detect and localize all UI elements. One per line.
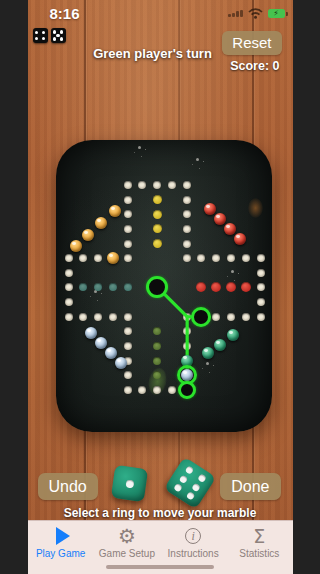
board-hole	[227, 313, 235, 321]
green-marble[interactable]	[214, 339, 226, 351]
paint-speck	[206, 362, 209, 365]
red-marble	[214, 213, 226, 225]
tab-statistics[interactable]: Σ Statistics	[226, 521, 292, 574]
green-marble[interactable]	[202, 347, 214, 359]
board-hole	[124, 254, 132, 262]
blue-marble	[115, 357, 127, 369]
move-ring[interactable]	[191, 307, 211, 327]
score-text: Score: 0	[230, 59, 279, 73]
info-icon: i	[185, 526, 201, 546]
green-home-hole	[153, 357, 161, 365]
battery-icon: ⚡	[268, 9, 285, 18]
app-screen: 8:16 ⚡ Green player's turn Reset Score: …	[28, 0, 293, 574]
board-hole	[257, 283, 265, 291]
die-1[interactable]	[110, 465, 147, 502]
teal-home-hole	[124, 283, 132, 291]
board-hole	[183, 313, 191, 321]
sigma-icon: Σ	[253, 526, 265, 546]
gear-icon: ⚙	[118, 526, 136, 546]
mini-die-icon	[51, 28, 66, 43]
play-icon	[52, 526, 70, 546]
yellow-marble	[109, 205, 121, 217]
board-hole	[212, 313, 220, 321]
board-hole	[94, 313, 102, 321]
board-hole	[242, 254, 250, 262]
paint-speck	[231, 270, 234, 273]
move-ring[interactable]	[178, 381, 196, 399]
yellow-marble	[82, 229, 94, 241]
board-hole	[124, 210, 132, 218]
board-hole	[124, 240, 132, 248]
board-hole	[153, 181, 161, 189]
blue-marble	[105, 347, 117, 359]
red-marble	[234, 233, 246, 245]
board-hole	[65, 269, 73, 277]
red-marble	[224, 223, 236, 235]
teal-home-hole	[79, 283, 87, 291]
done-button[interactable]: Done	[220, 473, 280, 500]
teal-home-hole	[94, 283, 102, 291]
board-hole	[79, 254, 87, 262]
yellow-marble	[95, 217, 107, 229]
dice-pair-icon	[33, 28, 66, 43]
board-hole	[124, 196, 132, 204]
board-hole	[183, 342, 191, 350]
board-hole	[227, 254, 235, 262]
board-hole	[183, 225, 191, 233]
yellow-home-hole	[153, 239, 162, 248]
reset-button[interactable]: Reset	[222, 31, 281, 55]
red-marble	[204, 203, 216, 215]
tab-bar: Play Game ⚙ Game Setup i Instructions Σ …	[28, 520, 293, 574]
status-time: 8:16	[50, 5, 80, 22]
board-hole	[257, 298, 265, 306]
board-hole	[94, 254, 102, 262]
turn-message: Green player's turn	[63, 46, 243, 61]
board-hole	[212, 254, 220, 262]
board-hole	[257, 269, 265, 277]
board-hole	[65, 298, 73, 306]
yellow-home-hole	[153, 195, 162, 204]
board-hole	[183, 327, 191, 335]
board-hole	[183, 210, 191, 218]
paint-speck	[196, 158, 199, 161]
yellow-home-hole	[153, 210, 162, 219]
mini-die-icon	[33, 28, 48, 43]
red-home-hole	[241, 282, 251, 292]
green-home-hole	[153, 327, 161, 335]
tab-play-game[interactable]: Play Game	[28, 521, 94, 574]
board-hole	[124, 386, 132, 394]
rust-stain	[248, 198, 263, 218]
game-board	[56, 140, 272, 432]
board-hole	[79, 313, 87, 321]
board-hole	[183, 240, 191, 248]
yellow-home-hole	[153, 224, 162, 233]
board-hole	[124, 327, 132, 335]
board-hole	[124, 225, 132, 233]
home-indicator[interactable]	[106, 565, 214, 569]
teal-home-hole	[109, 283, 117, 291]
board-hole	[183, 254, 191, 262]
board-hole	[124, 342, 132, 350]
board-hole	[183, 181, 191, 189]
hint-text: Select a ring to move your marble	[28, 506, 293, 520]
paint-speck	[138, 146, 141, 149]
board-hole	[257, 313, 265, 321]
red-home-hole	[196, 282, 206, 292]
blue-marble	[95, 337, 107, 349]
board-hole	[168, 386, 176, 394]
red-home-hole	[226, 282, 236, 292]
board-hole	[124, 313, 132, 321]
yellow-marble	[70, 240, 82, 252]
board-hole	[138, 181, 146, 189]
status-icons: ⚡	[228, 8, 285, 19]
red-home-hole	[211, 282, 221, 292]
board-hole	[257, 254, 265, 262]
board-hole	[138, 386, 146, 394]
board-hole	[109, 313, 117, 321]
green-marble[interactable]	[227, 329, 239, 341]
board-hole	[124, 371, 132, 379]
charging-bolt-icon: ⚡	[273, 10, 279, 18]
blue-marble	[85, 327, 97, 339]
die-2[interactable]	[163, 457, 216, 510]
board-hole	[65, 283, 73, 291]
board-hole	[183, 196, 191, 204]
signal-icon	[228, 10, 243, 18]
board-hole	[168, 181, 176, 189]
board-hole	[242, 313, 250, 321]
undo-button[interactable]: Undo	[38, 473, 98, 500]
move-ring[interactable]	[146, 276, 168, 298]
green-home-hole	[153, 342, 161, 350]
board-hole	[124, 181, 132, 189]
board-hole	[65, 313, 73, 321]
board-hole	[197, 254, 205, 262]
yellow-marble	[107, 252, 119, 264]
wifi-icon	[248, 8, 263, 19]
board-hole	[65, 254, 73, 262]
